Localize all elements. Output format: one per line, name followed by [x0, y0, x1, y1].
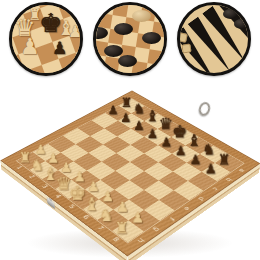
dark-backgammon-checker: [234, 19, 249, 29]
inset-chess-closeup: ♜♛♟♚♝♟♟: [9, 2, 83, 76]
die: [177, 32, 188, 43]
inset-row: ♜♛♟♚♝♟♟: [0, 2, 260, 76]
light-pawn-closeup: ♟: [68, 24, 82, 40]
white-rook-h1: ♜: [110, 202, 133, 236]
metal-hinge-ring: [197, 101, 212, 118]
playing-area: ♜♞♝♛♚♝♞♜♟♟♟♟♟♟♟♟♟♟♟♟♟♟♟♟♜♞♝♛♚♝♞♜: [17, 99, 243, 243]
light-pawn-closeup: ♟: [20, 36, 40, 58]
dark-backgammon-checker: [223, 9, 238, 19]
backgammon-point: [188, 16, 236, 75]
inset-checkers-closeup: [93, 2, 167, 76]
backgammon-points: [177, 2, 251, 76]
dark-checker: [104, 45, 123, 57]
dark-pawn-closeup: ♟: [52, 40, 67, 57]
dark-checker: [114, 23, 133, 35]
board-scene: ♜♞♝♛♚♝♞♜♟♟♟♟♟♟♟♟♟♟♟♟♟♟♟♟♜♞♝♛♚♝♞♜ 1234567…: [0, 88, 260, 260]
dark-checker: [142, 32, 161, 44]
product-photo: { "game": "chess (3-in-1 wooden folding …: [0, 0, 260, 260]
board-pieces: ♜♞♝♛♚♝♞♜♟♟♟♟♟♟♟♟♟♟♟♟♟♟♟♟♜♞♝♛♚♝♞♜: [17, 99, 243, 243]
die: [181, 43, 191, 53]
black-pawn-h7: ♟: [200, 145, 220, 176]
light-checker: [132, 10, 151, 22]
inset-backgammon-closeup: [177, 2, 251, 76]
dark-checker: [118, 55, 137, 67]
chess-board: ♜♞♝♛♚♝♞♜♟♟♟♟♟♟♟♟♟♟♟♟♟♟♟♟♜♞♝♛♚♝♞♜ 1234567…: [0, 91, 260, 257]
